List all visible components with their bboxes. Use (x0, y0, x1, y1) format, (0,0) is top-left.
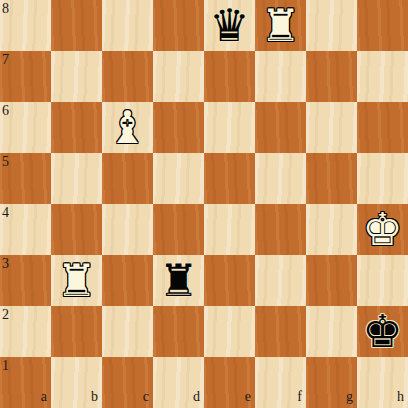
square-e4[interactable] (204, 204, 255, 255)
square-c3[interactable] (102, 255, 153, 306)
square-g4[interactable] (306, 204, 357, 255)
square-b8[interactable] (51, 0, 102, 51)
piece-black-queen-e8[interactable]: ♛ (209, 0, 249, 51)
square-d8[interactable] (153, 0, 204, 51)
square-f6[interactable] (255, 102, 306, 153)
square-g2[interactable] (306, 306, 357, 357)
piece-white-rook-b3[interactable]: ♜ (56, 255, 96, 306)
screenshot-stage: 8♛♜76♝54♚3♜♜2♚1abcdefgh (0, 0, 408, 408)
rank-label-3: 3 (2, 256, 9, 272)
square-e1[interactable]: e (204, 357, 255, 408)
square-a4[interactable]: 4 (0, 204, 51, 255)
file-label-h: h (397, 389, 404, 405)
square-h4[interactable]: ♚ (357, 204, 408, 255)
file-label-e: e (245, 389, 251, 405)
square-g1[interactable]: g (306, 357, 357, 408)
square-c7[interactable] (102, 51, 153, 102)
rank-label-8: 8 (2, 1, 9, 17)
file-label-c: c (143, 389, 149, 405)
file-label-g: g (346, 389, 353, 405)
square-d2[interactable] (153, 306, 204, 357)
square-a3[interactable]: 3 (0, 255, 51, 306)
square-h8[interactable] (357, 0, 408, 51)
square-c5[interactable] (102, 153, 153, 204)
square-a1[interactable]: 1a (0, 357, 51, 408)
square-g8[interactable] (306, 0, 357, 51)
square-h3[interactable] (357, 255, 408, 306)
rank-label-6: 6 (2, 103, 9, 119)
rank-label-4: 4 (2, 205, 9, 221)
square-d5[interactable] (153, 153, 204, 204)
square-c8[interactable] (102, 0, 153, 51)
square-a7[interactable]: 7 (0, 51, 51, 102)
square-b5[interactable] (51, 153, 102, 204)
square-a5[interactable]: 5 (0, 153, 51, 204)
square-a6[interactable]: 6 (0, 102, 51, 153)
square-e3[interactable] (204, 255, 255, 306)
rank-label-1: 1 (2, 358, 9, 374)
square-e8[interactable]: ♛ (204, 0, 255, 51)
square-f8[interactable]: ♜ (255, 0, 306, 51)
square-g5[interactable] (306, 153, 357, 204)
rank-label-5: 5 (2, 154, 9, 170)
piece-white-king-h4[interactable]: ♚ (362, 204, 402, 255)
square-d6[interactable] (153, 102, 204, 153)
square-h6[interactable] (357, 102, 408, 153)
square-d3[interactable]: ♜ (153, 255, 204, 306)
file-label-f: f (297, 389, 302, 405)
square-d1[interactable]: d (153, 357, 204, 408)
square-g6[interactable] (306, 102, 357, 153)
square-e5[interactable] (204, 153, 255, 204)
square-g3[interactable] (306, 255, 357, 306)
square-a2[interactable]: 2 (0, 306, 51, 357)
square-f3[interactable] (255, 255, 306, 306)
square-f2[interactable] (255, 306, 306, 357)
square-h1[interactable]: h (357, 357, 408, 408)
rank-label-7: 7 (2, 52, 9, 68)
rank-label-2: 2 (2, 307, 9, 323)
square-h2[interactable]: ♚ (357, 306, 408, 357)
square-f4[interactable] (255, 204, 306, 255)
square-c2[interactable] (102, 306, 153, 357)
square-d7[interactable] (153, 51, 204, 102)
square-f7[interactable] (255, 51, 306, 102)
file-label-b: b (91, 389, 98, 405)
square-b7[interactable] (51, 51, 102, 102)
square-a8[interactable]: 8 (0, 0, 51, 51)
square-f5[interactable] (255, 153, 306, 204)
chess-board: 8♛♜76♝54♚3♜♜2♚1abcdefgh (0, 0, 408, 408)
square-b2[interactable] (51, 306, 102, 357)
square-c6[interactable]: ♝ (102, 102, 153, 153)
square-d4[interactable] (153, 204, 204, 255)
square-g7[interactable] (306, 51, 357, 102)
file-label-a: a (41, 389, 47, 405)
square-h7[interactable] (357, 51, 408, 102)
piece-black-king-h2[interactable]: ♚ (362, 306, 402, 357)
square-e2[interactable] (204, 306, 255, 357)
square-h5[interactable] (357, 153, 408, 204)
piece-white-bishop-c6[interactable]: ♝ (107, 102, 147, 153)
piece-white-rook-f8[interactable]: ♜ (260, 0, 300, 51)
square-f1[interactable]: f (255, 357, 306, 408)
square-b1[interactable]: b (51, 357, 102, 408)
square-c4[interactable] (102, 204, 153, 255)
square-b4[interactable] (51, 204, 102, 255)
square-e6[interactable] (204, 102, 255, 153)
square-b6[interactable] (51, 102, 102, 153)
file-label-d: d (193, 389, 200, 405)
square-e7[interactable] (204, 51, 255, 102)
square-b3[interactable]: ♜ (51, 255, 102, 306)
square-c1[interactable]: c (102, 357, 153, 408)
piece-black-rook-d3[interactable]: ♜ (158, 255, 198, 306)
